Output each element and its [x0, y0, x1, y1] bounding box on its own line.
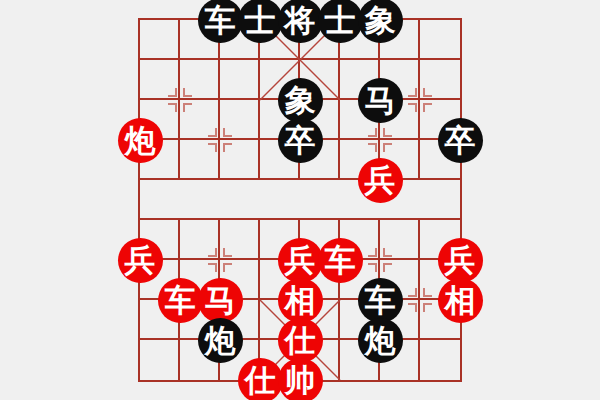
board-cell — [220, 220, 260, 260]
piece-red-chariot[interactable]: 车 — [158, 278, 203, 323]
piece-red-soldier[interactable]: 兵 — [438, 238, 483, 283]
board-cell — [180, 140, 220, 180]
piece-red-elephant[interactable]: 相 — [278, 278, 323, 323]
piece-black-cannon[interactable]: 炮 — [358, 318, 403, 363]
board-cell — [260, 180, 300, 220]
board-cell — [140, 60, 180, 100]
xiangqi-app: 车士将士象象马卒卒炮兵兵兵车兵车马相车相炮仕炮仕帅 — [0, 0, 600, 400]
piece-red-soldier[interactable]: 兵 — [278, 238, 323, 283]
piece-black-advisor[interactable]: 士 — [318, 0, 363, 43]
board-cell — [420, 340, 460, 380]
board-cell — [380, 220, 420, 260]
piece-black-advisor[interactable]: 士 — [238, 0, 283, 43]
board-cell — [420, 180, 460, 220]
piece-red-horse[interactable]: 马 — [198, 278, 243, 323]
piece-red-advisor[interactable]: 仕 — [238, 358, 283, 400]
piece-red-soldier[interactable]: 兵 — [358, 158, 403, 203]
board-cell — [180, 180, 220, 220]
piece-black-horse[interactable]: 马 — [358, 78, 403, 123]
piece-black-general[interactable]: 将 — [278, 0, 323, 43]
board-cell — [180, 60, 220, 100]
board-cell — [180, 220, 220, 260]
piece-black-elephant[interactable]: 象 — [278, 78, 323, 123]
board-cell — [220, 140, 260, 180]
piece-red-elephant[interactable]: 相 — [438, 278, 483, 323]
piece-red-advisor[interactable]: 仕 — [278, 318, 323, 363]
board-cell — [140, 180, 180, 220]
piece-red-soldier[interactable]: 兵 — [118, 238, 163, 283]
board-cell — [300, 180, 340, 220]
board-cell — [220, 60, 260, 100]
piece-black-chariot[interactable]: 车 — [198, 0, 243, 43]
piece-black-chariot[interactable]: 车 — [358, 278, 403, 323]
board-cell — [420, 60, 460, 100]
piece-black-soldier[interactable]: 卒 — [438, 118, 483, 163]
piece-red-cannon[interactable]: 炮 — [118, 118, 163, 163]
board-cell — [220, 180, 260, 220]
piece-black-elephant[interactable]: 象 — [358, 0, 403, 43]
board-cell — [220, 100, 260, 140]
piece-black-soldier[interactable]: 卒 — [278, 118, 323, 163]
board-cell — [420, 20, 460, 60]
piece-red-general[interactable]: 帅 — [278, 358, 323, 400]
board-cell — [140, 20, 180, 60]
board-cell — [180, 100, 220, 140]
piece-black-cannon[interactable]: 炮 — [198, 318, 243, 363]
board-cell — [140, 340, 180, 380]
piece-red-chariot[interactable]: 车 — [318, 238, 363, 283]
